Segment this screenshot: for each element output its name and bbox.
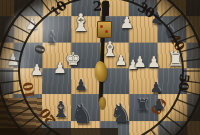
calibration-plate-icon (97, 21, 112, 38)
board-square (158, 121, 187, 135)
board-square (158, 68, 187, 94)
board-square (187, 121, 200, 135)
board-square (187, 68, 200, 94)
board-square (186, 42, 200, 68)
board-square (158, 94, 187, 120)
board-square (129, 16, 158, 42)
board-square (71, 0, 100, 16)
board-square (129, 94, 158, 120)
board-square (0, 0, 14, 16)
board-square (129, 0, 158, 16)
thermometer-chessboard-photo: 20100102030405060 ♟♝♟♝♟♟♟♟♟♚♟♟♜♝♟♞♟♟♝♞♞♜… (0, 0, 200, 135)
board-square (158, 42, 187, 68)
board-square (42, 68, 71, 94)
board-square (71, 94, 100, 120)
needle-tip-icon (99, 97, 106, 110)
board-square (186, 16, 200, 42)
board-square (129, 68, 158, 94)
board-square (187, 94, 200, 120)
board-square (129, 121, 158, 135)
board-square (42, 94, 71, 120)
board-square (157, 0, 186, 16)
board-edge-shadow (0, 128, 118, 135)
board-square (186, 0, 200, 16)
board-square (157, 16, 186, 42)
hanger-bracket-icon (104, 1, 109, 16)
board-square (129, 42, 158, 68)
